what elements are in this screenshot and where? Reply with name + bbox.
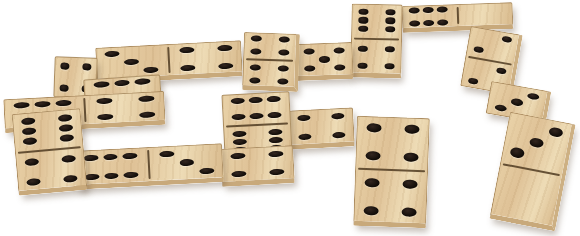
pip [63, 175, 78, 183]
pip-grid [363, 120, 423, 164]
pip-cell [361, 203, 381, 218]
pip [180, 47, 195, 54]
pip [249, 112, 263, 119]
pip [231, 113, 245, 120]
pip [23, 137, 38, 145]
pip-grid [465, 5, 508, 25]
pip [123, 171, 138, 178]
pip-cell [465, 18, 479, 25]
pip-grid [407, 7, 450, 27]
pip-cell [383, 135, 403, 150]
pip-cell [229, 112, 247, 121]
pip-cell [383, 121, 403, 136]
pip [268, 129, 282, 136]
pip-cell [248, 168, 268, 178]
pip [34, 101, 51, 108]
pip-cell [136, 110, 157, 119]
pip [250, 48, 261, 54]
pip [160, 150, 175, 157]
pip [358, 26, 369, 32]
pip [303, 48, 315, 54]
pip [57, 114, 72, 122]
pip-cell [267, 167, 287, 177]
pip-grid [471, 30, 514, 59]
pip-cell [383, 62, 397, 71]
pip [60, 62, 69, 70]
pip [385, 18, 396, 24]
pip-grid [357, 7, 398, 34]
pip [61, 155, 76, 163]
pip [405, 124, 420, 134]
pip-cell [541, 151, 560, 168]
pip-cell [400, 205, 420, 220]
domino-half-4 [289, 108, 354, 144]
pip-cell [248, 77, 262, 84]
pip [25, 158, 40, 166]
pip-cell [361, 189, 381, 204]
pip-cell [59, 60, 71, 72]
pip [297, 114, 311, 121]
pip-cell [362, 175, 382, 190]
pip [267, 111, 281, 118]
pip-cell [401, 150, 421, 165]
pip [233, 139, 247, 146]
pip [333, 47, 345, 53]
domino-half-4 [356, 117, 429, 168]
tile-divider [456, 7, 459, 24]
pip-cell [313, 131, 331, 141]
pip [26, 178, 41, 186]
pip [385, 9, 396, 15]
domino-half-4 [87, 92, 165, 124]
pip [467, 78, 478, 86]
domino-half-6 [403, 5, 455, 28]
pip-cell [57, 132, 76, 144]
pip [549, 126, 564, 138]
pip [304, 66, 316, 72]
pip-cell [383, 25, 397, 34]
pip-cell [265, 110, 283, 119]
pip-cell [401, 177, 421, 192]
pip-grid [22, 153, 79, 188]
pip-cell [381, 190, 401, 205]
domino-half-4 [243, 62, 295, 87]
pip-grid [157, 147, 216, 178]
pip-cell [370, 44, 384, 53]
pip [232, 131, 246, 138]
pip [423, 19, 434, 25]
pip [217, 45, 232, 52]
pip [138, 95, 155, 102]
pip [332, 131, 346, 138]
pip-cell [370, 25, 384, 34]
pip-grid [361, 175, 421, 219]
pip [358, 17, 369, 23]
pip-cell [369, 62, 383, 71]
pip [180, 64, 195, 71]
pip-cell [263, 49, 277, 56]
domino-half-3 [151, 144, 223, 181]
dominoes-scene [0, 0, 580, 236]
pip-cell [402, 136, 422, 151]
domino-tile-6-3[interactable] [74, 143, 224, 190]
pip-cell [384, 7, 398, 16]
domino-tile-4-4[interactable] [353, 116, 430, 228]
pip-cell [370, 7, 384, 16]
pip [384, 63, 395, 69]
pip-cell [332, 63, 347, 72]
pip-cell [296, 132, 314, 142]
pip [59, 134, 74, 142]
pip-cell [59, 71, 71, 83]
pip-cell [402, 122, 422, 137]
pip [384, 46, 395, 52]
pip-grid [177, 44, 235, 73]
pip-cell [21, 135, 40, 147]
domino-tile-6-0[interactable] [402, 2, 514, 33]
domino-tile-6-4[interactable] [350, 4, 402, 79]
domino-half-4 [16, 150, 86, 191]
pip [277, 78, 288, 84]
pip [218, 62, 233, 69]
domino-half-4 [221, 146, 294, 182]
pip-grid [295, 111, 348, 142]
pip [231, 171, 246, 178]
pip [143, 66, 158, 73]
pip-cell [497, 49, 511, 59]
pip [473, 46, 484, 54]
pip [139, 111, 156, 118]
pip [529, 137, 544, 149]
pip-cell [178, 167, 198, 177]
pip-cell [229, 169, 249, 179]
pip-cell [531, 204, 550, 221]
domino-half-4 [351, 42, 401, 74]
pip-cell [363, 134, 383, 149]
pip [97, 114, 114, 121]
pip [357, 63, 368, 69]
domino-half-4 [171, 41, 241, 75]
pip-grid [249, 35, 292, 56]
pip-cell [178, 63, 197, 73]
pip-cell [400, 191, 420, 206]
pip-cell [158, 168, 178, 178]
pip [249, 97, 263, 104]
pip-cell [370, 16, 384, 25]
pip-grid [301, 45, 347, 73]
pip-cell [197, 166, 217, 176]
pip-cell [249, 48, 263, 55]
pip-cell [479, 17, 493, 24]
pip-cell [103, 67, 122, 77]
domino-half-0 [460, 3, 512, 26]
pip-cell [262, 77, 276, 84]
domino-half-4 [244, 33, 296, 58]
domino-half-4 [354, 172, 427, 223]
pip-cell [94, 112, 115, 121]
pip-cell [58, 83, 70, 95]
pip [298, 133, 312, 140]
pip [510, 147, 525, 159]
pip-cell [357, 16, 371, 25]
domino-half-3 [502, 113, 572, 172]
pip [385, 27, 396, 33]
domino-half-6 [13, 109, 83, 150]
pip-cell [383, 44, 397, 53]
pip-grid [94, 94, 158, 121]
pip [363, 206, 378, 216]
pip-cell [115, 111, 136, 120]
pip [403, 179, 418, 189]
pip [96, 97, 113, 104]
domino-half-0 [491, 166, 561, 225]
pip [199, 167, 214, 174]
domino-half-6 [222, 92, 289, 123]
domino-tile-6-4[interactable] [12, 108, 88, 196]
pip-cell [383, 53, 397, 62]
tile-divider [354, 38, 399, 41]
pip-cell [42, 175, 61, 187]
pip [334, 65, 346, 71]
pip [21, 117, 36, 125]
pip-cell [382, 149, 402, 164]
pip-cell [317, 64, 332, 73]
pip-cell [436, 19, 450, 26]
pip [105, 51, 120, 58]
tile-divider [83, 98, 86, 122]
pip-cell [356, 62, 370, 71]
pip [231, 97, 245, 104]
domino-tile-5[interactable] [295, 42, 353, 81]
pip [318, 56, 330, 62]
pip-cell [357, 25, 371, 34]
pip [124, 59, 139, 66]
pip [230, 152, 245, 159]
pip-cell [276, 78, 290, 85]
pip-cell [330, 130, 348, 140]
pip-cell [197, 62, 216, 72]
pip-cell [277, 49, 291, 56]
domino-tile-3-0[interactable] [489, 112, 576, 232]
pip [83, 63, 92, 71]
domino-half-5 [296, 43, 352, 76]
pip-cell [493, 17, 507, 24]
pip-grid [228, 149, 288, 180]
pip-cell [356, 44, 370, 53]
pip-cell [363, 149, 383, 164]
pip-grid [103, 48, 161, 77]
pip [402, 207, 417, 217]
pip-cell [39, 134, 58, 146]
pip [179, 159, 194, 166]
pip [364, 178, 379, 188]
tile-divider [167, 47, 170, 73]
pip [85, 173, 100, 180]
pip [14, 102, 31, 109]
pip [409, 20, 420, 26]
pip [58, 124, 73, 132]
pip [104, 172, 119, 179]
pip [55, 100, 72, 107]
pip-cell [356, 53, 370, 62]
pip [122, 152, 137, 159]
pip-cell [122, 66, 141, 76]
pip-cell [61, 173, 80, 185]
tile-divider [147, 150, 151, 179]
pip [358, 45, 369, 51]
pip-cell [24, 176, 43, 188]
pip [103, 153, 118, 160]
pip [278, 49, 289, 55]
pip [331, 113, 345, 120]
pip-cell [383, 16, 397, 25]
pip-cell [422, 19, 436, 26]
pip-cell [302, 64, 317, 73]
pip-cell [381, 176, 401, 191]
pip-cell [70, 61, 82, 73]
domino-tile-4-4[interactable] [242, 32, 300, 92]
pip-cell [380, 204, 400, 219]
pip [404, 152, 419, 162]
pip-grid [228, 95, 283, 121]
pip [365, 151, 380, 161]
pip-cell [141, 65, 160, 75]
pip [249, 77, 260, 83]
pip [267, 96, 281, 103]
pip-cell [69, 83, 81, 95]
pip [358, 8, 369, 14]
pip-cell [492, 103, 509, 114]
pip [270, 169, 285, 176]
pip-grid [82, 151, 141, 182]
pip-cell [408, 20, 422, 27]
pip [269, 137, 283, 144]
pip-cell [102, 171, 122, 181]
pip [366, 123, 381, 133]
pip-grid [497, 171, 555, 222]
pip [437, 19, 448, 25]
pip [494, 104, 507, 112]
domino-half-6 [352, 5, 402, 37]
pip-cell [81, 61, 93, 73]
pip [84, 154, 99, 161]
pip-grid [508, 117, 566, 168]
pip [59, 84, 68, 92]
pip-cell [247, 111, 265, 120]
pip-cell [369, 53, 383, 62]
domino-tile-4[interactable] [288, 107, 355, 149]
pip-grid [248, 64, 291, 85]
pip-grid [356, 44, 397, 71]
pip [22, 127, 37, 135]
tile-divider [246, 58, 293, 62]
pip-cell [216, 61, 235, 71]
pip-cell [364, 120, 384, 135]
pip-grid [19, 112, 76, 147]
domino-tile-4[interactable] [220, 145, 295, 187]
pip-cell [121, 170, 141, 180]
pip-cell [357, 7, 371, 16]
pip [269, 150, 284, 157]
pip-cell [70, 72, 82, 84]
